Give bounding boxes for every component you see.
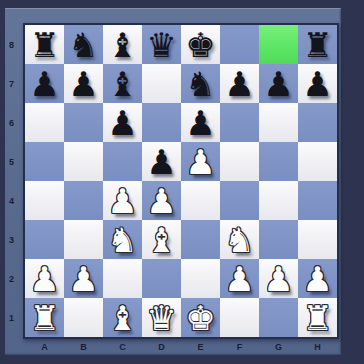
black-pawn: ♟ bbox=[146, 145, 176, 179]
square-c2[interactable] bbox=[103, 259, 142, 298]
rank-label-7: 7 bbox=[5, 64, 23, 103]
file-labels: ABCDEFGH bbox=[25, 339, 337, 355]
square-a5[interactable] bbox=[25, 142, 64, 181]
rank-label-3: 3 bbox=[5, 220, 23, 259]
square-a7[interactable]: ♟ bbox=[25, 64, 64, 103]
square-e2[interactable] bbox=[181, 259, 220, 298]
square-d3[interactable]: ♝ bbox=[142, 220, 181, 259]
black-pawn: ♟ bbox=[224, 67, 254, 101]
rank-label-8: 8 bbox=[5, 25, 23, 64]
square-b2[interactable]: ♟ bbox=[64, 259, 103, 298]
black-king: ♚ bbox=[185, 28, 215, 62]
black-bishop: ♝ bbox=[107, 28, 137, 62]
square-d7[interactable] bbox=[142, 64, 181, 103]
square-d8[interactable]: ♛ bbox=[142, 25, 181, 64]
square-a8[interactable]: ♜ bbox=[25, 25, 64, 64]
square-a1[interactable]: ♜ bbox=[25, 298, 64, 337]
square-h1[interactable]: ♜ bbox=[298, 298, 337, 337]
file-label-d: D bbox=[142, 339, 181, 355]
white-bishop: ♝ bbox=[107, 301, 137, 335]
black-pawn: ♟ bbox=[68, 67, 98, 101]
file-label-c: C bbox=[103, 339, 142, 355]
black-pawn: ♟ bbox=[302, 67, 332, 101]
white-pawn: ♟ bbox=[302, 262, 332, 296]
white-queen: ♛ bbox=[146, 301, 176, 335]
square-c6[interactable]: ♟ bbox=[103, 103, 142, 142]
black-pawn: ♟ bbox=[263, 67, 293, 101]
square-c3[interactable]: ♞ bbox=[103, 220, 142, 259]
square-c5[interactable] bbox=[103, 142, 142, 181]
square-c8[interactable]: ♝ bbox=[103, 25, 142, 64]
rank-label-2: 2 bbox=[5, 259, 23, 298]
rank-label-6: 6 bbox=[5, 103, 23, 142]
square-g7[interactable]: ♟ bbox=[259, 64, 298, 103]
square-b6[interactable] bbox=[64, 103, 103, 142]
white-pawn: ♟ bbox=[224, 262, 254, 296]
black-rook: ♜ bbox=[302, 28, 332, 62]
white-pawn: ♟ bbox=[263, 262, 293, 296]
square-h6[interactable] bbox=[298, 103, 337, 142]
square-e1[interactable]: ♚ bbox=[181, 298, 220, 337]
white-pawn: ♟ bbox=[107, 184, 137, 218]
square-b8[interactable]: ♞ bbox=[64, 25, 103, 64]
square-g3[interactable] bbox=[259, 220, 298, 259]
square-g8[interactable] bbox=[259, 25, 298, 64]
square-c4[interactable]: ♟ bbox=[103, 181, 142, 220]
square-a3[interactable] bbox=[25, 220, 64, 259]
square-f1[interactable] bbox=[220, 298, 259, 337]
white-knight: ♞ bbox=[224, 223, 254, 257]
file-label-f: F bbox=[220, 339, 259, 355]
square-h2[interactable]: ♟ bbox=[298, 259, 337, 298]
black-pawn: ♟ bbox=[107, 106, 137, 140]
square-e4[interactable] bbox=[181, 181, 220, 220]
square-b1[interactable] bbox=[64, 298, 103, 337]
square-e7[interactable]: ♞ bbox=[181, 64, 220, 103]
square-a4[interactable] bbox=[25, 181, 64, 220]
square-e8[interactable]: ♚ bbox=[181, 25, 220, 64]
square-f6[interactable] bbox=[220, 103, 259, 142]
black-queen: ♛ bbox=[146, 28, 176, 62]
square-g6[interactable] bbox=[259, 103, 298, 142]
square-e5[interactable]: ♟ bbox=[181, 142, 220, 181]
rank-label-1: 1 bbox=[5, 298, 23, 337]
file-label-b: B bbox=[64, 339, 103, 355]
white-pawn: ♟ bbox=[29, 262, 59, 296]
square-g2[interactable]: ♟ bbox=[259, 259, 298, 298]
file-label-g: G bbox=[259, 339, 298, 355]
square-g5[interactable] bbox=[259, 142, 298, 181]
square-f5[interactable] bbox=[220, 142, 259, 181]
black-knight: ♞ bbox=[68, 28, 98, 62]
square-f3[interactable]: ♞ bbox=[220, 220, 259, 259]
rank-labels: 87654321 bbox=[5, 25, 23, 337]
square-a6[interactable] bbox=[25, 103, 64, 142]
square-h8[interactable]: ♜ bbox=[298, 25, 337, 64]
square-g4[interactable] bbox=[259, 181, 298, 220]
square-f8[interactable] bbox=[220, 25, 259, 64]
square-h7[interactable]: ♟ bbox=[298, 64, 337, 103]
chess-board: ♜♞♝♛♚♜♟♟♝♞♟♟♟♟♟♟♟♟♟♞♝♞♟♟♟♟♟♜♝♛♚♜ bbox=[25, 25, 337, 337]
square-c1[interactable]: ♝ bbox=[103, 298, 142, 337]
square-h3[interactable] bbox=[298, 220, 337, 259]
file-label-a: A bbox=[25, 339, 64, 355]
file-label-h: H bbox=[298, 339, 337, 355]
square-f2[interactable]: ♟ bbox=[220, 259, 259, 298]
square-h4[interactable] bbox=[298, 181, 337, 220]
rank-label-4: 4 bbox=[5, 181, 23, 220]
square-d5[interactable]: ♟ bbox=[142, 142, 181, 181]
square-d4[interactable]: ♟ bbox=[142, 181, 181, 220]
square-f7[interactable]: ♟ bbox=[220, 64, 259, 103]
black-pawn: ♟ bbox=[29, 67, 59, 101]
square-b4[interactable] bbox=[64, 181, 103, 220]
square-a2[interactable]: ♟ bbox=[25, 259, 64, 298]
square-h5[interactable] bbox=[298, 142, 337, 181]
square-e3[interactable] bbox=[181, 220, 220, 259]
black-knight: ♞ bbox=[185, 67, 215, 101]
square-f4[interactable] bbox=[220, 181, 259, 220]
black-rook: ♜ bbox=[29, 28, 59, 62]
rank-label-5: 5 bbox=[5, 142, 23, 181]
file-label-e: E bbox=[181, 339, 220, 355]
square-b3[interactable] bbox=[64, 220, 103, 259]
square-d2[interactable] bbox=[142, 259, 181, 298]
square-d1[interactable]: ♛ bbox=[142, 298, 181, 337]
square-b7[interactable]: ♟ bbox=[64, 64, 103, 103]
chess-app: ♜♞♝♛♚♜♟♟♝♞♟♟♟♟♟♟♟♟♟♞♝♞♟♟♟♟♟♜♝♛♚♜ 8765432… bbox=[0, 0, 364, 364]
white-rook: ♜ bbox=[29, 301, 59, 335]
square-e6[interactable]: ♟ bbox=[181, 103, 220, 142]
white-rook: ♜ bbox=[302, 301, 332, 335]
square-g1[interactable] bbox=[259, 298, 298, 337]
white-pawn: ♟ bbox=[146, 184, 176, 218]
square-b5[interactable] bbox=[64, 142, 103, 181]
white-bishop: ♝ bbox=[146, 223, 176, 257]
white-pawn: ♟ bbox=[68, 262, 98, 296]
square-c7[interactable]: ♝ bbox=[103, 64, 142, 103]
black-pawn: ♟ bbox=[185, 106, 215, 140]
square-d6[interactable] bbox=[142, 103, 181, 142]
white-king: ♚ bbox=[185, 301, 215, 335]
white-knight: ♞ bbox=[107, 223, 137, 257]
white-pawn: ♟ bbox=[185, 145, 215, 179]
board-border: ♜♞♝♛♚♜♟♟♝♞♟♟♟♟♟♟♟♟♟♞♝♞♟♟♟♟♟♜♝♛♚♜ bbox=[23, 23, 339, 339]
black-bishop: ♝ bbox=[107, 67, 137, 101]
